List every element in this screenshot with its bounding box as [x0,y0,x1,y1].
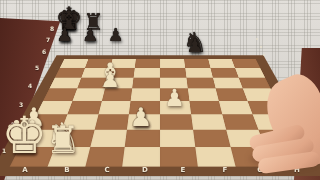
chess-photo-scene: ABCDEFGH12345678 ♜♞♝♛♚♝♜♟♟♟♟♟♟♞♟♝♟♟♟♟♟♟♟… [0,0,320,180]
hand [0,0,320,180]
